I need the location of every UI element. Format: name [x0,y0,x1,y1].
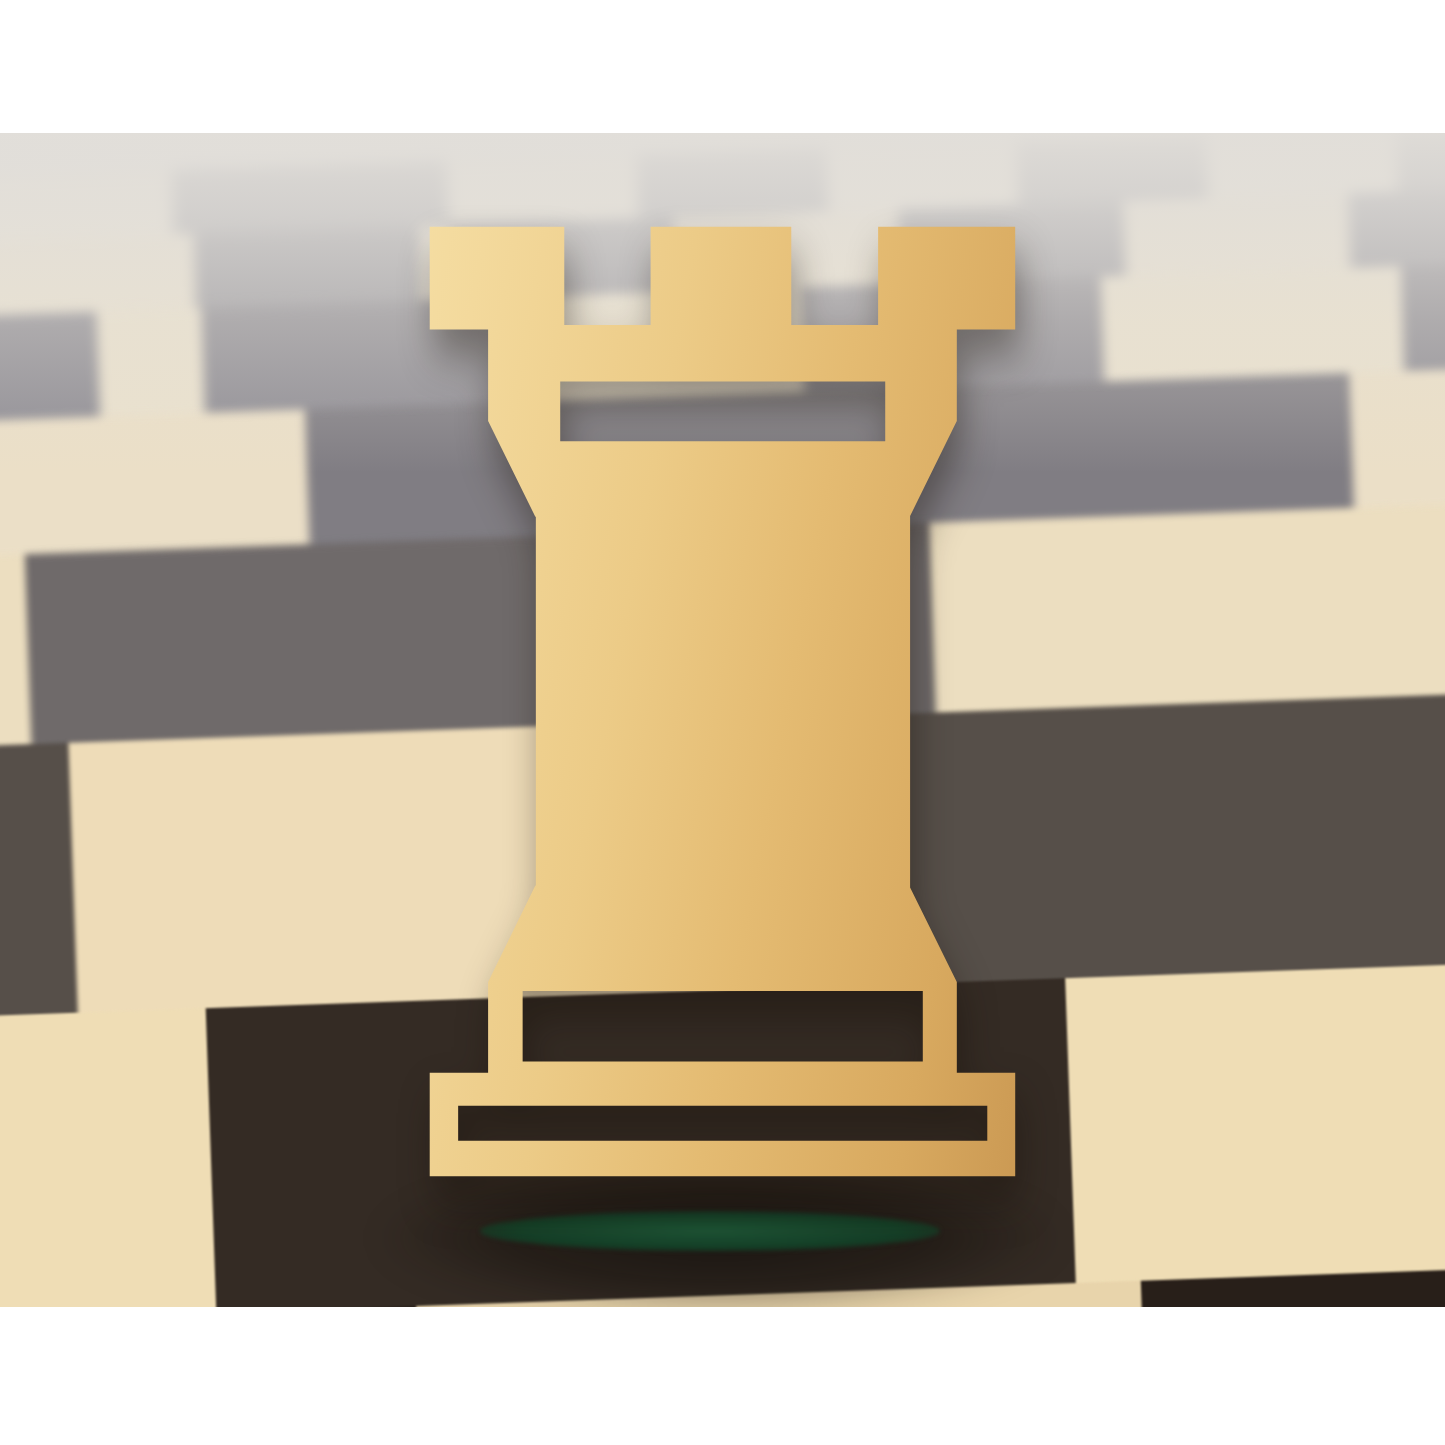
product-photo: ♜ [0,133,1445,1307]
white-rook: ♜ [0,133,1445,1307]
product-photo-page: ♜ [0,0,1445,1445]
white-margin-bottom [0,1307,1445,1445]
white-rook-glyph: ♜ [256,133,1188,1307]
white-margin-top [0,0,1445,133]
